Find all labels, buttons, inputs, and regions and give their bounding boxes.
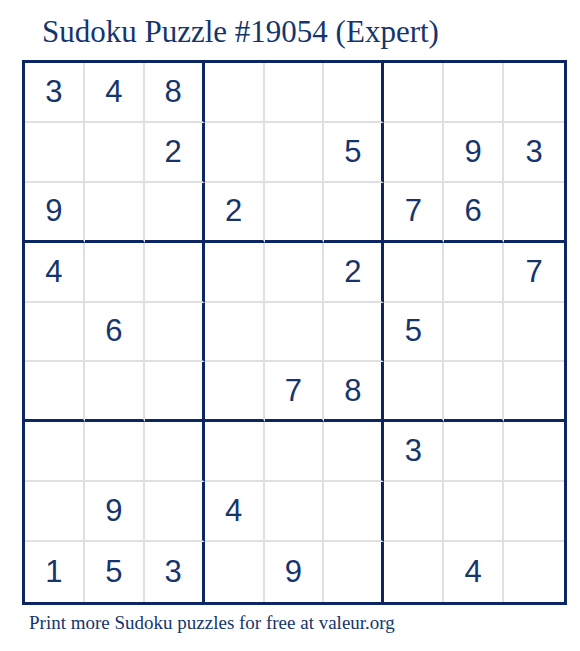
cell-r3c3: [145, 183, 205, 243]
cell-r8c6: [324, 482, 384, 542]
cell-r9c8: 4: [444, 542, 504, 602]
cell-r3c6: [324, 183, 384, 243]
cell-r5c1: [25, 303, 85, 363]
cell-r6c2: [85, 362, 145, 422]
cell-r4c8: [444, 243, 504, 303]
cell-r7c8: [444, 422, 504, 482]
cell-r4c4: [205, 243, 265, 303]
cell-r4c6: 2: [324, 243, 384, 303]
cell-r6c8: [444, 362, 504, 422]
cell-r1c6: [324, 63, 384, 123]
cell-r7c1: [25, 422, 85, 482]
cell-r2c5: [265, 123, 325, 183]
page-title: Sudoku Puzzle #19054 (Expert): [42, 15, 439, 49]
cell-r3c9: [504, 183, 564, 243]
cell-r9c5: 9: [265, 542, 325, 602]
cell-r2c2: [85, 123, 145, 183]
cell-r2c7: [384, 123, 444, 183]
cell-r8c7: [384, 482, 444, 542]
cell-r5c6: [324, 303, 384, 363]
cell-r9c6: [324, 542, 384, 602]
cell-r8c5: [265, 482, 325, 542]
cell-r7c9: [504, 422, 564, 482]
cell-r3c1: 9: [25, 183, 85, 243]
cell-r7c7: 3: [384, 422, 444, 482]
footer-text: Print more Sudoku puzzles for free at va…: [29, 611, 395, 635]
cell-r9c9: [504, 542, 564, 602]
cell-r2c9: 3: [504, 123, 564, 183]
cell-r2c6: 5: [324, 123, 384, 183]
cell-r3c2: [85, 183, 145, 243]
cell-r7c4: [205, 422, 265, 482]
cell-r4c5: [265, 243, 325, 303]
cell-r6c4: [205, 362, 265, 422]
cell-r8c1: [25, 482, 85, 542]
cell-r3c7: 7: [384, 183, 444, 243]
cell-r4c1: 4: [25, 243, 85, 303]
cell-r6c6: 8: [324, 362, 384, 422]
cell-r8c9: [504, 482, 564, 542]
cell-r1c8: [444, 63, 504, 123]
cell-r4c2: [85, 243, 145, 303]
cell-r2c1: [25, 123, 85, 183]
cell-r2c3: 2: [145, 123, 205, 183]
cell-r1c4: [205, 63, 265, 123]
cell-r1c1: 3: [25, 63, 85, 123]
cell-r4c9: 7: [504, 243, 564, 303]
cell-r9c1: 1: [25, 542, 85, 602]
cell-r5c9: [504, 303, 564, 363]
cell-r1c3: 8: [145, 63, 205, 123]
cell-r8c3: [145, 482, 205, 542]
cell-r9c4: [205, 542, 265, 602]
cell-r7c6: [324, 422, 384, 482]
cell-r1c9: [504, 63, 564, 123]
cell-r3c4: 2: [205, 183, 265, 243]
cell-r5c5: [265, 303, 325, 363]
cell-r5c2: 6: [85, 303, 145, 363]
cell-r6c3: [145, 362, 205, 422]
cell-r7c3: [145, 422, 205, 482]
cell-r6c1: [25, 362, 85, 422]
cell-r5c4: [205, 303, 265, 363]
cell-r8c2: 9: [85, 482, 145, 542]
cell-r1c7: [384, 63, 444, 123]
cell-r2c8: 9: [444, 123, 504, 183]
sudoku-board: 34825939276427657839415394: [22, 60, 567, 605]
cell-r1c2: 4: [85, 63, 145, 123]
cell-r8c4: 4: [205, 482, 265, 542]
cell-r3c5: [265, 183, 325, 243]
cell-r4c7: [384, 243, 444, 303]
cell-r3c8: 6: [444, 183, 504, 243]
cell-r8c8: [444, 482, 504, 542]
cell-r9c3: 3: [145, 542, 205, 602]
cell-r7c5: [265, 422, 325, 482]
cell-r5c8: [444, 303, 504, 363]
cell-r9c7: [384, 542, 444, 602]
cell-r6c9: [504, 362, 564, 422]
cell-r5c7: 5: [384, 303, 444, 363]
cell-r7c2: [85, 422, 145, 482]
cell-r9c2: 5: [85, 542, 145, 602]
cell-r4c3: [145, 243, 205, 303]
cell-r5c3: [145, 303, 205, 363]
cell-r6c5: 7: [265, 362, 325, 422]
cell-r2c4: [205, 123, 265, 183]
cell-r6c7: [384, 362, 444, 422]
cell-r1c5: [265, 63, 325, 123]
